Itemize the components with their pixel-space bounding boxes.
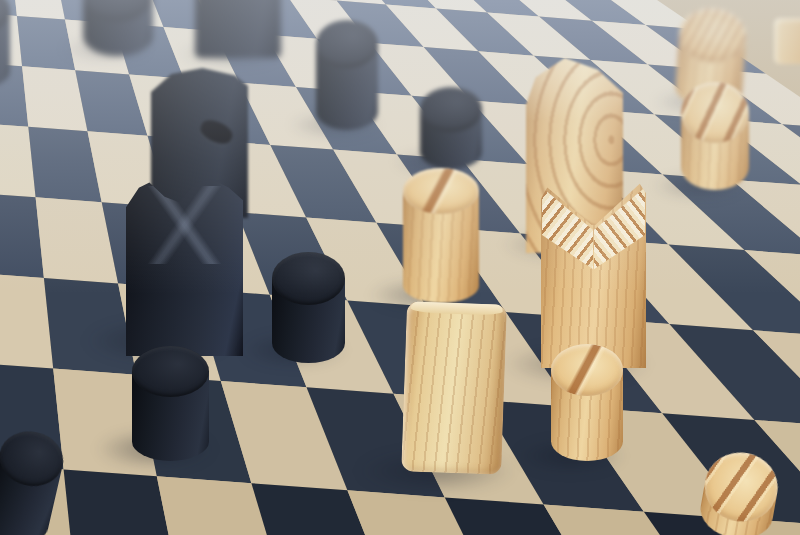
cylinder-top (420, 87, 482, 132)
black-pawn-7[interactable] (420, 87, 482, 169)
black-pawn-2[interactable] (83, 0, 153, 56)
white-pawn-5[interactable] (696, 447, 783, 535)
crown-facets (126, 186, 243, 264)
queen-face (126, 179, 243, 356)
cylinder-top (551, 344, 623, 396)
chevron-left-facet (542, 188, 593, 270)
board-photo (0, 0, 800, 535)
cylinder-top (316, 20, 378, 68)
queen-face (541, 182, 646, 368)
wood-grain-stripes (551, 344, 623, 396)
cylinder-top (681, 82, 749, 143)
black-rook-1[interactable] (195, 0, 281, 58)
black-pawn-1[interactable] (0, 0, 10, 88)
chevron-right-facet (594, 188, 645, 270)
white-block-edge[interactable] (774, 18, 800, 64)
cylinder-top (132, 346, 209, 397)
slab-face (774, 18, 800, 64)
black-pawn-5[interactable] (132, 346, 209, 461)
black-pawn-4[interactable] (272, 252, 345, 363)
white-rook-1[interactable] (401, 301, 507, 474)
white-queen-1[interactable] (541, 182, 646, 368)
block-face (195, 0, 281, 58)
white-pawn-4[interactable] (551, 344, 623, 461)
black-queen-1[interactable] (126, 179, 243, 356)
wood-grain-stripes (403, 168, 479, 214)
black-pawn-3[interactable] (316, 20, 378, 130)
cylinder-top (403, 168, 479, 214)
rook-face (401, 301, 507, 474)
white-pawn-2[interactable] (681, 82, 749, 190)
bishop-slit (197, 116, 235, 147)
wood-grain-stripes (681, 82, 749, 143)
cylinder-top (272, 252, 345, 305)
white-pawn-3[interactable] (403, 168, 479, 303)
